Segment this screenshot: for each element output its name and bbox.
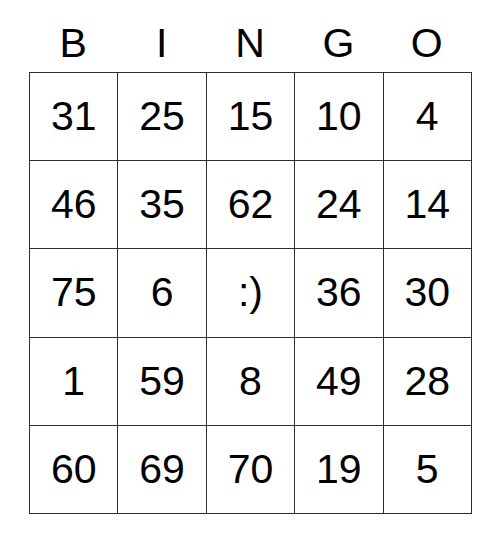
header-letter-i: I [117,14,205,72]
header-letter-n: N [206,14,294,72]
cell-r3-c2[interactable]: 6 [118,249,206,337]
cell-r5-c1[interactable]: 60 [30,426,118,514]
cell-r3-c5[interactable]: 30 [384,249,472,337]
cell-r1-c2[interactable]: 25 [118,73,206,161]
cell-r4-c3[interactable]: 8 [207,338,295,426]
cell-r1-c1[interactable]: 31 [30,73,118,161]
cell-r2-c2[interactable]: 35 [118,161,206,249]
cell-r4-c2[interactable]: 59 [118,338,206,426]
cell-r4-c5[interactable]: 28 [384,338,472,426]
header-letter-b: B [29,14,117,72]
cell-r3-c1[interactable]: 75 [30,249,118,337]
cell-r2-c1[interactable]: 46 [30,161,118,249]
cell-r5-c4[interactable]: 19 [295,426,383,514]
cell-r1-c3[interactable]: 15 [207,73,295,161]
header-letter-g: G [294,14,382,72]
header-letter-o: O [383,14,471,72]
bingo-header-row: B I N G O [29,14,472,72]
cell-r2-c4[interactable]: 24 [295,161,383,249]
cell-r5-c2[interactable]: 69 [118,426,206,514]
bingo-card: B I N G O 31 25 15 10 4 46 35 62 24 14 7… [29,14,472,514]
cell-r1-c5[interactable]: 4 [384,73,472,161]
cell-r2-c5[interactable]: 14 [384,161,472,249]
free-space-cell[interactable]: :) [207,249,295,337]
cell-r5-c3[interactable]: 70 [207,426,295,514]
cell-r4-c1[interactable]: 1 [30,338,118,426]
cell-r4-c4[interactable]: 49 [295,338,383,426]
cell-r5-c5[interactable]: 5 [384,426,472,514]
bingo-board: 31 25 15 10 4 46 35 62 24 14 75 6 :) 36 … [29,72,472,514]
cell-r3-c4[interactable]: 36 [295,249,383,337]
cell-r2-c3[interactable]: 62 [207,161,295,249]
cell-r1-c4[interactable]: 10 [295,73,383,161]
